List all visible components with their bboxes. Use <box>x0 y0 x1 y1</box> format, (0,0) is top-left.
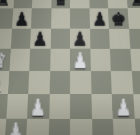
square-e8[interactable] <box>70 0 89 8</box>
square-e7[interactable] <box>70 8 89 28</box>
square-h4[interactable] <box>131 71 140 94</box>
square-b7[interactable]: ♟ <box>12 8 32 28</box>
square-b5[interactable] <box>9 49 30 71</box>
chess-board: ♜♛♜♟♟♚♟♟♛♟♝♟♟♟♟♟♜♝♚♜ <box>0 0 140 135</box>
black-pawn-piece[interactable]: ♟ <box>70 29 90 51</box>
square-d7[interactable] <box>51 8 70 28</box>
square-e5[interactable]: ♟ <box>70 49 90 71</box>
white-bishop-piece[interactable]: ♝ <box>0 73 7 96</box>
square-f4[interactable] <box>90 71 111 94</box>
square-d4[interactable] <box>49 71 70 94</box>
black-pawn-piece[interactable]: ♟ <box>30 29 50 51</box>
square-f5[interactable] <box>90 49 111 71</box>
square-d8[interactable]: ♛ <box>51 0 70 8</box>
white-pawn-piece[interactable]: ♟ <box>113 97 135 121</box>
black-rook-piece[interactable]: ♜ <box>0 0 13 10</box>
square-h8[interactable]: ♜ <box>126 0 140 8</box>
square-h5[interactable] <box>130 49 140 71</box>
square-f2[interactable] <box>91 118 113 135</box>
square-c8[interactable] <box>32 0 51 8</box>
square-b4[interactable] <box>7 71 29 94</box>
square-e4[interactable] <box>70 71 91 94</box>
square-d5[interactable] <box>50 49 70 71</box>
square-c3[interactable]: ♟ <box>27 94 49 118</box>
square-b6[interactable] <box>10 28 31 49</box>
square-b2[interactable]: ♟ <box>4 118 27 135</box>
square-e3[interactable] <box>70 94 91 118</box>
white-pawn-piece[interactable]: ♟ <box>4 121 26 135</box>
square-f7[interactable]: ♟ <box>89 8 109 28</box>
square-h2[interactable]: ♟ <box>134 118 140 135</box>
square-e6[interactable]: ♟ <box>70 28 90 49</box>
black-rook-piece[interactable]: ♜ <box>127 0 140 10</box>
square-g3[interactable]: ♟ <box>112 94 134 118</box>
square-f3[interactable] <box>91 94 113 118</box>
square-h7[interactable] <box>127 8 140 28</box>
square-c7[interactable] <box>31 8 51 28</box>
square-d3[interactable] <box>49 94 70 118</box>
square-c6[interactable]: ♟ <box>30 28 50 49</box>
square-g8[interactable] <box>107 0 127 8</box>
square-f6[interactable] <box>89 28 109 49</box>
black-queen-piece[interactable]: ♛ <box>51 0 70 10</box>
white-queen-piece[interactable]: ♛ <box>0 51 9 74</box>
square-a8[interactable]: ♜ <box>0 0 14 8</box>
square-d2[interactable] <box>48 118 70 135</box>
square-d6[interactable] <box>50 28 70 49</box>
white-pawn-piece[interactable]: ♟ <box>0 121 4 135</box>
square-c4[interactable] <box>28 71 49 94</box>
square-g5[interactable] <box>110 49 131 71</box>
square-f8[interactable] <box>89 0 108 8</box>
square-g7[interactable]: ♚ <box>108 8 128 28</box>
square-g4[interactable] <box>111 71 133 94</box>
white-pawn-piece[interactable]: ♟ <box>70 51 90 74</box>
square-h6[interactable] <box>128 28 140 49</box>
black-pawn-piece[interactable]: ♟ <box>89 9 109 30</box>
white-pawn-piece[interactable]: ♟ <box>136 121 140 135</box>
black-pawn-piece[interactable]: ♟ <box>11 9 31 30</box>
square-c5[interactable] <box>29 49 50 71</box>
square-a5[interactable]: ♛ <box>0 49 10 71</box>
square-b3[interactable] <box>6 94 28 118</box>
white-pawn-piece[interactable]: ♟ <box>27 97 49 121</box>
chess-app-window: ♜♛♜♟♟♚♟♟♛♟♝♟♟♟♟♟♜♝♚♜ <box>0 0 140 135</box>
black-king-piece[interactable]: ♚ <box>109 9 129 30</box>
square-e2[interactable] <box>70 118 92 135</box>
square-b8[interactable] <box>13 0 33 8</box>
square-g6[interactable] <box>109 28 130 49</box>
